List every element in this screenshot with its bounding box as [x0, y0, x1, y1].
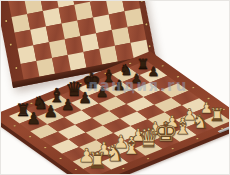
screw-icon — [192, 87, 195, 89]
screw-icon — [196, 138, 199, 140]
screw-icon — [5, 20, 7, 22]
screw-icon — [13, 125, 16, 127]
piece-black-pawn: ♟ — [26, 111, 40, 127]
screw-icon — [28, 136, 31, 138]
screw-icon — [122, 168, 125, 170]
screw-icon — [171, 148, 174, 150]
screw-icon — [148, 45, 150, 47]
piece-white-knight: ♞ — [191, 112, 208, 131]
screw-icon — [145, 23, 147, 25]
screw-icon — [44, 147, 47, 149]
watermark: ландия.ru — [87, 77, 188, 95]
screw-icon — [59, 158, 62, 160]
screw-icon — [146, 158, 149, 160]
screw-icon — [74, 168, 77, 170]
chess-set-photo: ♜♞♟♝♟♚♟♛♟♝♟♞♟♟♜♟♟♜♟♟♞♟♝♟♚♟♛♟♝♟♞♜ ландия.… — [0, 0, 230, 175]
piece-white-rook: ♜ — [209, 106, 225, 124]
piece-black-pawn: ♟ — [61, 98, 74, 113]
piece-white-knight: ♞ — [105, 143, 125, 165]
screw-icon — [161, 65, 164, 67]
screw-icon — [10, 43, 12, 45]
screw-icon — [141, 0, 143, 2]
piece-white-rook: ♜ — [87, 150, 107, 172]
screw-icon — [15, 67, 17, 69]
piece-black-pawn: ♟ — [43, 104, 57, 120]
